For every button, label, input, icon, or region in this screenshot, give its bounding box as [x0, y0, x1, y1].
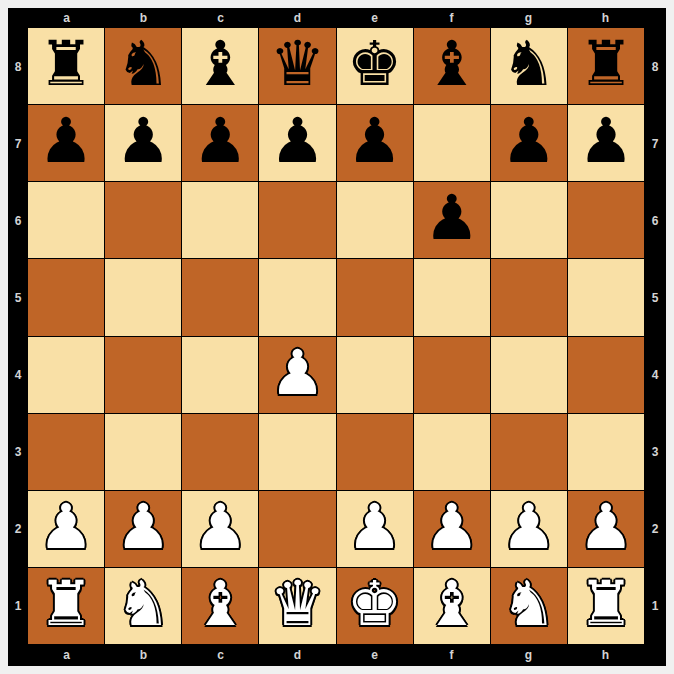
square-c8[interactable]: ♝	[182, 28, 258, 104]
white-knight[interactable]: ♞	[501, 573, 557, 635]
square-a1[interactable]: ♜	[28, 568, 104, 644]
white-pawn[interactable]: ♟	[578, 496, 634, 558]
rank-label-7: 7	[644, 105, 666, 182]
black-pawn[interactable]: ♟	[501, 110, 557, 172]
white-pawn[interactable]: ♟	[424, 496, 480, 558]
square-a2[interactable]: ♟	[28, 491, 104, 567]
rank-label-1: 1	[8, 567, 28, 644]
square-b2[interactable]: ♟	[105, 491, 181, 567]
white-pawn[interactable]: ♟	[38, 496, 94, 558]
square-c2[interactable]: ♟	[182, 491, 258, 567]
rank-label-7: 7	[8, 105, 28, 182]
black-bishop[interactable]: ♝	[424, 33, 480, 95]
square-d5[interactable]	[259, 259, 335, 335]
black-rook[interactable]: ♜	[38, 33, 94, 95]
rank-label-3: 3	[8, 413, 28, 490]
square-d7[interactable]: ♟	[259, 105, 335, 181]
square-g5[interactable]	[491, 259, 567, 335]
square-d6[interactable]	[259, 182, 335, 258]
square-a8[interactable]: ♜	[28, 28, 104, 104]
file-label-g: g	[490, 8, 567, 28]
white-knight[interactable]: ♞	[115, 573, 171, 635]
black-knight[interactable]: ♞	[115, 33, 171, 95]
square-e3[interactable]	[337, 414, 413, 490]
square-e4[interactable]	[337, 337, 413, 413]
square-d1[interactable]: ♛	[259, 568, 335, 644]
square-g1[interactable]: ♞	[491, 568, 567, 644]
square-h5[interactable]	[568, 259, 644, 335]
square-e6[interactable]	[337, 182, 413, 258]
chess-board: ♜♞♝♛♚♝♞♜♟♟♟♟♟♟♟♟♟♟♟♟♟♟♟♟♜♞♝♛♚♝♞♜	[28, 28, 644, 644]
white-king[interactable]: ♚	[347, 573, 403, 635]
square-g6[interactable]	[491, 182, 567, 258]
white-bishop[interactable]: ♝	[424, 573, 480, 635]
rank-label-2: 2	[644, 490, 666, 567]
white-pawn[interactable]: ♟	[193, 496, 249, 558]
square-e7[interactable]: ♟	[337, 105, 413, 181]
square-a6[interactable]	[28, 182, 104, 258]
square-f8[interactable]: ♝	[414, 28, 490, 104]
square-g3[interactable]	[491, 414, 567, 490]
square-h3[interactable]	[568, 414, 644, 490]
white-pawn[interactable]: ♟	[115, 496, 171, 558]
square-h8[interactable]: ♜	[568, 28, 644, 104]
file-label-b: b	[105, 8, 182, 28]
square-f2[interactable]: ♟	[414, 491, 490, 567]
square-h1[interactable]: ♜	[568, 568, 644, 644]
square-a4[interactable]	[28, 337, 104, 413]
rank-label-6: 6	[644, 182, 666, 259]
square-h7[interactable]: ♟	[568, 105, 644, 181]
square-b6[interactable]	[105, 182, 181, 258]
white-bishop[interactable]: ♝	[193, 573, 249, 635]
square-g7[interactable]: ♟	[491, 105, 567, 181]
square-b5[interactable]	[105, 259, 181, 335]
file-label-a: a	[28, 644, 105, 666]
file-label-d: d	[259, 644, 336, 666]
black-knight[interactable]: ♞	[501, 33, 557, 95]
square-c4[interactable]	[182, 337, 258, 413]
rank-label-8: 8	[644, 28, 666, 105]
file-labels-top: abcdefgh	[28, 8, 644, 28]
rank-labels-left: 87654321	[8, 28, 28, 644]
square-f1[interactable]: ♝	[414, 568, 490, 644]
black-pawn[interactable]: ♟	[193, 110, 249, 172]
white-rook[interactable]: ♜	[578, 573, 634, 635]
rank-label-4: 4	[644, 336, 666, 413]
black-bishop[interactable]: ♝	[193, 33, 249, 95]
square-e1[interactable]: ♚	[337, 568, 413, 644]
square-d8[interactable]: ♛	[259, 28, 335, 104]
square-c1[interactable]: ♝	[182, 568, 258, 644]
rank-label-5: 5	[8, 259, 28, 336]
rank-label-2: 2	[8, 490, 28, 567]
white-pawn[interactable]: ♟	[347, 496, 403, 558]
rank-label-5: 5	[644, 259, 666, 336]
file-labels-bottom: abcdefgh	[28, 644, 644, 666]
black-king[interactable]: ♚	[347, 33, 403, 95]
rank-label-8: 8	[8, 28, 28, 105]
square-e8[interactable]: ♚	[337, 28, 413, 104]
black-pawn[interactable]: ♟	[578, 110, 634, 172]
square-d4[interactable]: ♟	[259, 337, 335, 413]
square-g4[interactable]	[491, 337, 567, 413]
white-rook[interactable]: ♜	[38, 573, 94, 635]
file-label-e: e	[336, 8, 413, 28]
square-d2[interactable]	[259, 491, 335, 567]
file-label-c: c	[182, 8, 259, 28]
file-label-h: h	[567, 8, 644, 28]
square-g2[interactable]: ♟	[491, 491, 567, 567]
file-label-e: e	[336, 644, 413, 666]
square-c5[interactable]	[182, 259, 258, 335]
square-b7[interactable]: ♟	[105, 105, 181, 181]
black-pawn[interactable]: ♟	[347, 110, 403, 172]
square-f3[interactable]	[414, 414, 490, 490]
white-pawn[interactable]: ♟	[270, 342, 326, 404]
file-label-f: f	[413, 8, 490, 28]
rank-label-6: 6	[8, 182, 28, 259]
square-b1[interactable]: ♞	[105, 568, 181, 644]
square-c7[interactable]: ♟	[182, 105, 258, 181]
rank-label-3: 3	[644, 413, 666, 490]
chess-app-window: abcdefgh abcdefgh 87654321 87654321 ♜♞♝♛…	[0, 0, 674, 674]
square-c3[interactable]	[182, 414, 258, 490]
square-e2[interactable]: ♟	[337, 491, 413, 567]
square-c6[interactable]	[182, 182, 258, 258]
black-rook[interactable]: ♜	[578, 33, 634, 95]
rank-label-1: 1	[644, 567, 666, 644]
square-f6[interactable]: ♟	[414, 182, 490, 258]
square-f4[interactable]	[414, 337, 490, 413]
square-a3[interactable]	[28, 414, 104, 490]
white-queen[interactable]: ♛	[270, 573, 326, 635]
square-h2[interactable]: ♟	[568, 491, 644, 567]
square-b8[interactable]: ♞	[105, 28, 181, 104]
square-d3[interactable]	[259, 414, 335, 490]
square-a5[interactable]	[28, 259, 104, 335]
file-label-a: a	[28, 8, 105, 28]
square-b3[interactable]	[105, 414, 181, 490]
file-label-f: f	[413, 644, 490, 666]
file-label-b: b	[105, 644, 182, 666]
file-label-d: d	[259, 8, 336, 28]
white-pawn[interactable]: ♟	[501, 496, 557, 558]
black-pawn[interactable]: ♟	[270, 110, 326, 172]
square-e5[interactable]	[337, 259, 413, 335]
square-b4[interactable]	[105, 337, 181, 413]
file-label-g: g	[490, 644, 567, 666]
black-queen[interactable]: ♛	[270, 33, 326, 95]
file-label-c: c	[182, 644, 259, 666]
black-pawn[interactable]: ♟	[38, 110, 94, 172]
square-a7[interactable]: ♟	[28, 105, 104, 181]
rank-label-4: 4	[8, 336, 28, 413]
black-pawn[interactable]: ♟	[115, 110, 171, 172]
square-f5[interactable]	[414, 259, 490, 335]
square-h4[interactable]	[568, 337, 644, 413]
black-pawn[interactable]: ♟	[424, 187, 480, 249]
square-g8[interactable]: ♞	[491, 28, 567, 104]
rank-labels-right: 87654321	[644, 28, 666, 644]
file-label-h: h	[567, 644, 644, 666]
square-f7[interactable]	[414, 105, 490, 181]
square-h6[interactable]	[568, 182, 644, 258]
